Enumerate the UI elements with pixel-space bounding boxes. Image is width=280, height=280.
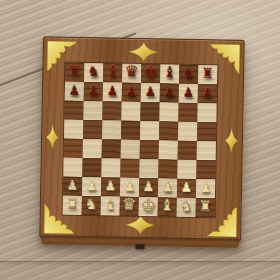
square-f7[interactable]: ♟: [160, 83, 179, 102]
black-queen[interactable]: ♛: [124, 64, 139, 80]
white-pawn[interactable]: ♟: [124, 179, 136, 192]
square-c8[interactable]: ♝: [103, 63, 122, 82]
square-d6[interactable]: [121, 102, 140, 121]
square-b3[interactable]: [82, 158, 101, 177]
square-e4[interactable]: [140, 140, 159, 159]
square-d7[interactable]: ♟: [122, 83, 141, 102]
square-b2[interactable]: ♟: [82, 177, 101, 196]
square-e8[interactable]: ♚: [141, 64, 160, 83]
square-h7[interactable]: ♟: [198, 84, 217, 103]
square-g3[interactable]: [177, 160, 196, 179]
white-queen[interactable]: ♛: [122, 197, 137, 213]
square-a7[interactable]: ♟: [65, 82, 84, 101]
square-f8[interactable]: ♝: [160, 64, 179, 83]
black-rook[interactable]: ♜: [68, 64, 81, 78]
black-pawn[interactable]: ♟: [68, 83, 80, 96]
square-a8[interactable]: ♜: [65, 63, 84, 82]
square-e7[interactable]: ♟: [141, 83, 160, 102]
square-h6[interactable]: [197, 103, 216, 122]
white-pawn[interactable]: ♟: [181, 180, 193, 193]
square-c6[interactable]: [102, 101, 121, 120]
box-clasp-icon: [135, 244, 144, 249]
square-b5[interactable]: [83, 120, 102, 139]
white-bishop[interactable]: ♝: [103, 197, 117, 212]
square-e5[interactable]: [140, 121, 159, 140]
floor-plank-gap: [0, 261, 280, 280]
black-pawn[interactable]: ♟: [182, 85, 194, 98]
square-f2[interactable]: ♟: [158, 178, 177, 197]
white-knight[interactable]: ♞: [180, 199, 193, 213]
black-pawn[interactable]: ♟: [87, 83, 99, 96]
brass-diamond-ornament-right: [224, 126, 240, 156]
square-h1[interactable]: ♜: [196, 198, 215, 217]
black-bishop[interactable]: ♝: [106, 64, 120, 79]
black-king[interactable]: ♚: [143, 64, 159, 81]
square-a3[interactable]: [63, 158, 82, 177]
square-b7[interactable]: ♟: [84, 82, 103, 101]
square-a6[interactable]: [64, 101, 83, 120]
black-pawn[interactable]: ♟: [106, 84, 118, 97]
square-a4[interactable]: [64, 139, 83, 158]
square-g1[interactable]: ♞: [177, 198, 196, 217]
white-knight[interactable]: ♞: [85, 197, 98, 211]
white-rook[interactable]: ♜: [199, 199, 212, 213]
square-b6[interactable]: [83, 101, 102, 120]
black-pawn[interactable]: ♟: [144, 85, 156, 98]
white-pawn[interactable]: ♟: [143, 180, 155, 193]
square-e1[interactable]: ♚: [139, 197, 158, 216]
square-h3[interactable]: [196, 160, 215, 179]
square-f5[interactable]: [159, 121, 178, 140]
white-pawn[interactable]: ♟: [200, 181, 212, 194]
square-d1[interactable]: ♛: [120, 197, 139, 216]
square-g7[interactable]: ♟: [179, 84, 198, 103]
white-pawn[interactable]: ♟: [67, 178, 79, 191]
square-c2[interactable]: ♟: [101, 177, 120, 196]
square-a2[interactable]: ♟: [63, 177, 82, 196]
square-c4[interactable]: [102, 139, 121, 158]
square-d5[interactable]: [121, 121, 140, 140]
square-c5[interactable]: [102, 120, 121, 139]
square-a5[interactable]: [64, 120, 83, 139]
square-h4[interactable]: [197, 141, 216, 160]
square-h2[interactable]: ♟: [196, 179, 215, 198]
square-g5[interactable]: [178, 122, 197, 141]
white-pawn[interactable]: ♟: [86, 178, 98, 191]
square-h8[interactable]: ♜: [198, 65, 217, 84]
white-pawn[interactable]: ♟: [162, 180, 174, 193]
black-knight[interactable]: ♞: [182, 66, 195, 80]
square-c7[interactable]: ♟: [103, 82, 122, 101]
black-pawn[interactable]: ♟: [163, 85, 175, 98]
photo-scene: ♜♞♝♛♚♝♞♜♟♟♟♟♟♟♟♟♟♟♟♟♟♟♟♟♜♞♝♛♚♝♞♜: [0, 0, 280, 280]
black-bishop[interactable]: ♝: [163, 65, 177, 80]
brass-diamond-ornament-top: [127, 41, 159, 64]
white-rook[interactable]: ♜: [66, 197, 79, 211]
white-bishop[interactable]: ♝: [160, 198, 174, 213]
black-knight[interactable]: ♞: [87, 64, 100, 78]
square-f6[interactable]: [159, 102, 178, 121]
square-b1[interactable]: ♞: [82, 196, 101, 215]
square-a1[interactable]: ♜: [63, 196, 82, 215]
black-pawn[interactable]: ♟: [125, 84, 137, 97]
square-g4[interactable]: [178, 141, 197, 160]
white-king[interactable]: ♚: [141, 196, 157, 213]
black-pawn[interactable]: ♟: [201, 86, 213, 99]
square-g2[interactable]: ♟: [177, 179, 196, 198]
chess-board-box: ♜♞♝♛♚♝♞♜♟♟♟♟♟♟♟♟♟♟♟♟♟♟♟♟♜♞♝♛♚♝♞♜: [39, 36, 245, 242]
square-d8[interactable]: ♛: [122, 64, 141, 83]
square-e3[interactable]: [139, 159, 158, 178]
square-g8[interactable]: ♞: [179, 65, 198, 84]
square-c1[interactable]: ♝: [101, 196, 120, 215]
square-b8[interactable]: ♞: [84, 63, 103, 82]
black-rook[interactable]: ♜: [201, 66, 214, 80]
square-c3[interactable]: [101, 158, 120, 177]
square-b4[interactable]: [83, 139, 102, 158]
white-pawn[interactable]: ♟: [105, 179, 117, 192]
square-e6[interactable]: [140, 102, 159, 121]
square-f3[interactable]: [158, 159, 177, 178]
square-g6[interactable]: [178, 103, 197, 122]
square-f4[interactable]: [159, 140, 178, 159]
chess-grid: ♜♞♝♛♚♝♞♜♟♟♟♟♟♟♟♟♟♟♟♟♟♟♟♟♜♞♝♛♚♝♞♜: [62, 62, 219, 219]
square-d4[interactable]: [121, 140, 140, 159]
square-h5[interactable]: [197, 122, 216, 141]
square-f1[interactable]: ♝: [158, 197, 177, 216]
square-d3[interactable]: [120, 159, 139, 178]
brass-diamond-ornament-left: [45, 122, 61, 152]
